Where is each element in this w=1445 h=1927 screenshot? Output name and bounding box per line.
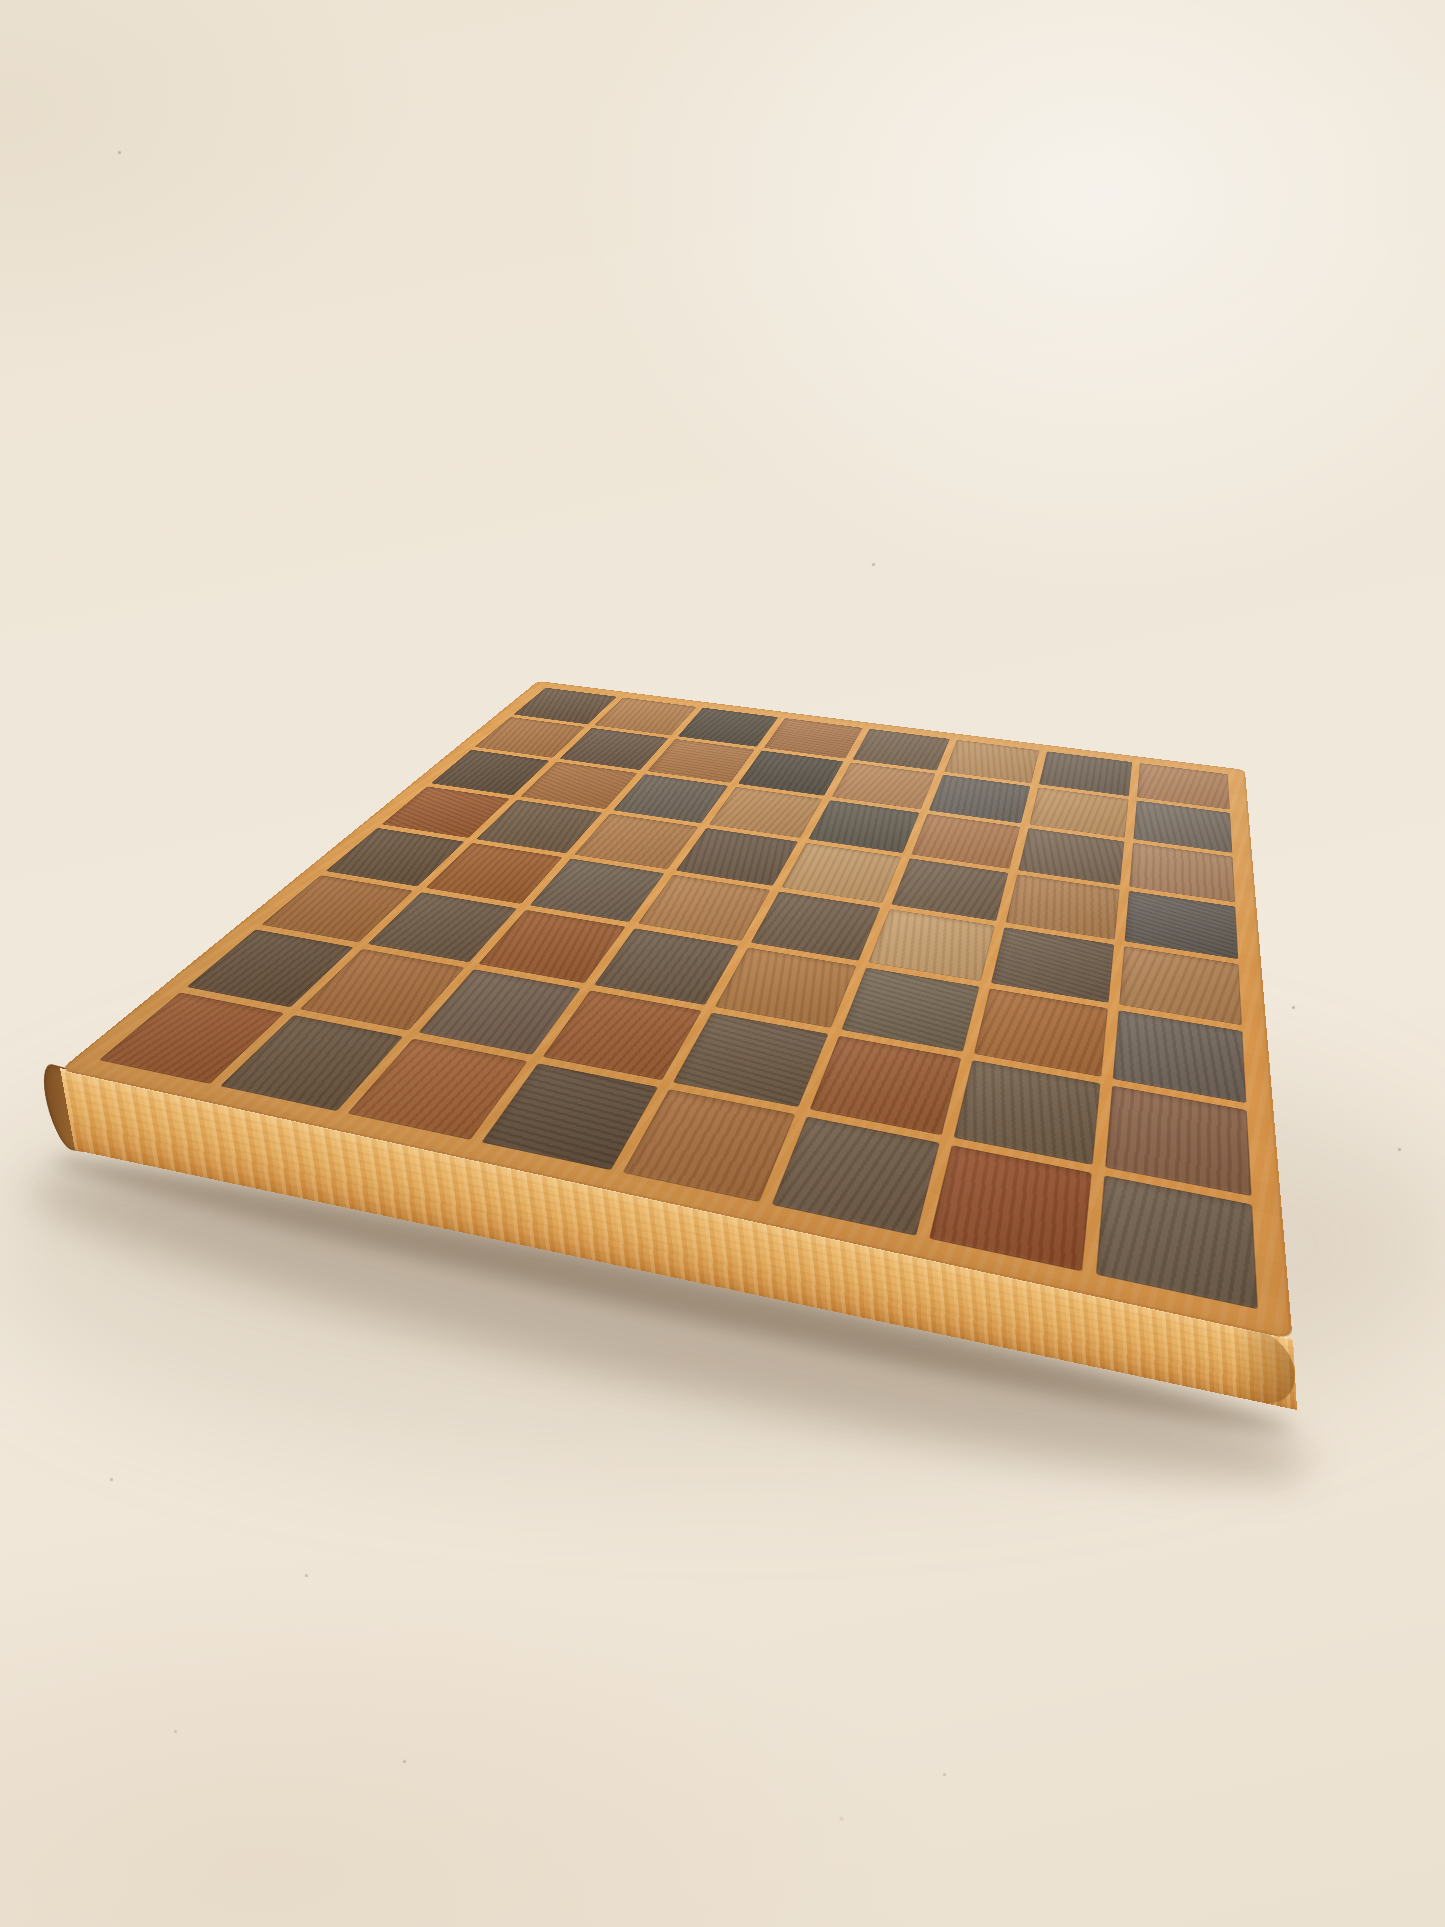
square-e2 bbox=[673, 1013, 829, 1108]
square-g1 bbox=[929, 1145, 1091, 1271]
square-f2 bbox=[810, 1036, 961, 1135]
square-f1 bbox=[772, 1117, 940, 1236]
square-d4 bbox=[638, 875, 770, 941]
square-e1 bbox=[623, 1089, 796, 1202]
square-h1 bbox=[1096, 1175, 1258, 1309]
square-e3 bbox=[715, 947, 856, 1027]
